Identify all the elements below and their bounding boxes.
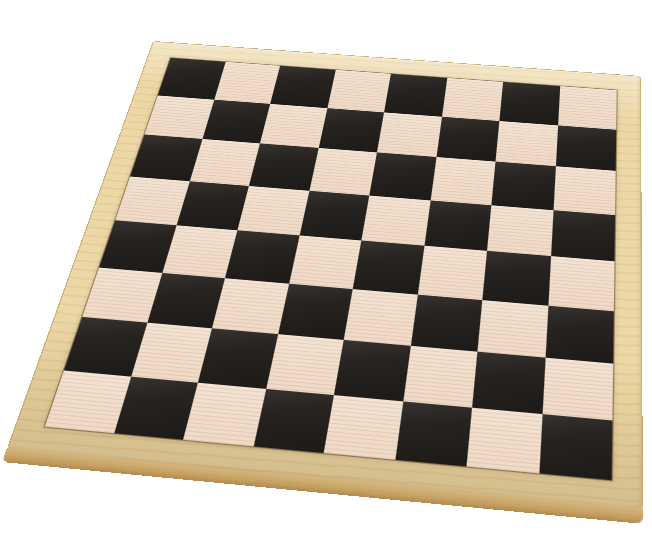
square-f7[interactable] <box>436 116 499 161</box>
square-e6[interactable] <box>369 152 436 200</box>
square-d5[interactable] <box>299 190 369 240</box>
square-g5[interactable] <box>487 205 553 256</box>
square-c7[interactable] <box>260 104 327 148</box>
square-c6[interactable] <box>249 143 318 190</box>
square-g7[interactable] <box>496 121 558 167</box>
square-d2[interactable] <box>266 334 344 394</box>
square-g1[interactable] <box>466 407 542 473</box>
square-d7[interactable] <box>318 108 384 153</box>
square-d1[interactable] <box>253 388 334 453</box>
square-c4[interactable] <box>225 230 299 283</box>
square-h5[interactable] <box>551 210 616 262</box>
photo-background <box>0 0 652 560</box>
square-h4[interactable] <box>548 256 615 311</box>
square-e1[interactable] <box>324 395 403 460</box>
square-b7[interactable] <box>202 99 270 143</box>
square-c3[interactable] <box>212 278 289 334</box>
square-d6[interactable] <box>309 148 377 195</box>
square-b6[interactable] <box>189 139 260 186</box>
square-g4[interactable] <box>482 251 550 305</box>
checkerboard-grid <box>45 58 617 480</box>
square-h8[interactable] <box>558 86 617 129</box>
square-f1[interactable] <box>395 401 472 467</box>
square-e5[interactable] <box>361 195 430 245</box>
square-c5[interactable] <box>237 186 309 236</box>
square-c1[interactable] <box>183 382 266 446</box>
square-h3[interactable] <box>545 305 614 363</box>
square-h1[interactable] <box>539 414 613 481</box>
square-f4[interactable] <box>417 246 487 300</box>
square-h2[interactable] <box>542 358 613 420</box>
square-c8[interactable] <box>270 66 335 108</box>
square-h6[interactable] <box>553 166 616 215</box>
square-d4[interactable] <box>289 235 362 288</box>
square-b8[interactable] <box>214 62 280 104</box>
square-g8[interactable] <box>499 82 559 125</box>
square-f5[interactable] <box>424 200 491 251</box>
square-f3[interactable] <box>410 294 482 352</box>
square-e8[interactable] <box>384 74 447 116</box>
square-b5[interactable] <box>176 181 249 230</box>
square-g3[interactable] <box>477 300 547 358</box>
square-c2[interactable] <box>198 328 278 388</box>
square-e7[interactable] <box>377 112 442 157</box>
square-h7[interactable] <box>555 125 616 171</box>
square-g6[interactable] <box>491 162 555 210</box>
square-f8[interactable] <box>442 78 504 121</box>
wooden-frame <box>7 41 643 510</box>
game-board <box>2 41 643 524</box>
square-e4[interactable] <box>353 240 424 294</box>
square-e2[interactable] <box>334 340 410 401</box>
square-d3[interactable] <box>278 283 353 340</box>
square-d8[interactable] <box>327 70 391 112</box>
square-f6[interactable] <box>430 157 495 205</box>
square-f2[interactable] <box>403 346 478 407</box>
square-g2[interactable] <box>472 352 545 414</box>
square-e3[interactable] <box>344 289 418 346</box>
